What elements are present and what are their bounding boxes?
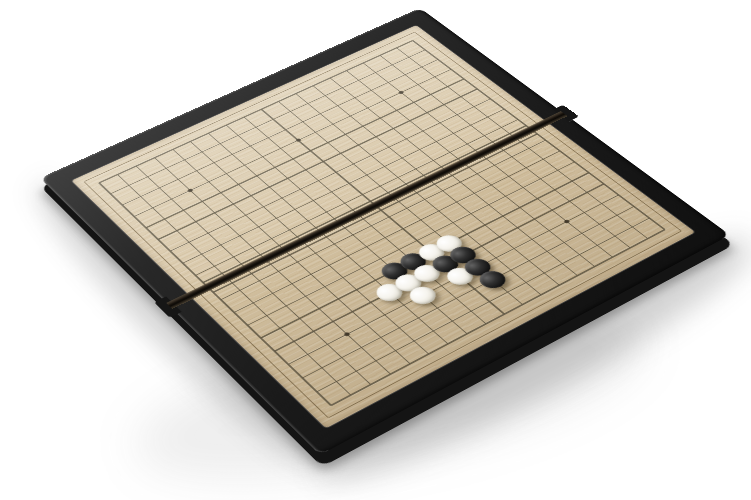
stones-layer xyxy=(40,8,730,455)
go-board xyxy=(40,8,730,455)
product-photo-scene xyxy=(0,0,751,500)
